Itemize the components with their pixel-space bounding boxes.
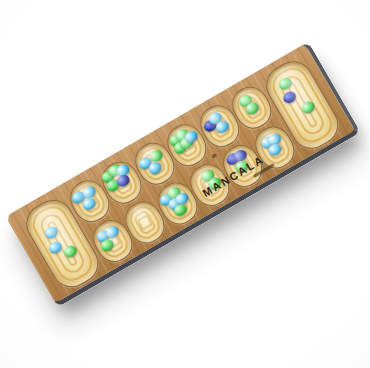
groove-center-square [137,214,153,230]
groove-ring [37,210,88,276]
photo-background: MANCALA [0,0,370,368]
bead-green [277,75,294,91]
bead-blue [47,239,64,255]
bead-green [62,243,79,259]
mancala-board: MANCALA [5,42,361,308]
bead-navy [281,89,298,105]
wood-knot [211,153,217,159]
groove-ring [126,202,165,243]
bead-green [300,100,317,116]
bead-blue [43,224,60,240]
groove-ring [133,209,158,236]
